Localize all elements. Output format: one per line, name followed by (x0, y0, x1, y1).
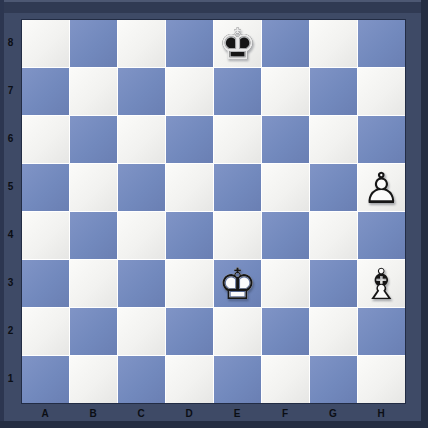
square-h7[interactable] (358, 68, 405, 115)
square-b1[interactable] (70, 356, 117, 403)
square-d8[interactable] (166, 20, 213, 67)
square-c8[interactable] (118, 20, 165, 67)
square-f1[interactable] (262, 356, 309, 403)
square-f5[interactable] (262, 164, 309, 211)
file-label-g: G (309, 404, 357, 426)
square-a3[interactable] (22, 260, 69, 307)
square-d6[interactable] (166, 116, 213, 163)
rank-label-2: 2 (0, 307, 21, 355)
square-h6[interactable] (358, 116, 405, 163)
black-king-outline: ♔ (214, 20, 261, 67)
square-a6[interactable] (22, 116, 69, 163)
square-e6[interactable] (214, 116, 261, 163)
square-g4[interactable] (310, 212, 357, 259)
square-b3[interactable] (70, 260, 117, 307)
piece-white-pawn[interactable]: ♟♙ (358, 164, 405, 211)
square-h1[interactable] (358, 356, 405, 403)
rank-label-7: 7 (0, 67, 21, 115)
square-a5[interactable] (22, 164, 69, 211)
square-e3[interactable]: ♚♔ (214, 260, 261, 307)
square-a8[interactable] (22, 20, 69, 67)
piece-black-king[interactable]: ♚♔ (214, 20, 261, 67)
rank-label-8: 8 (0, 19, 21, 67)
file-label-h: H (357, 404, 405, 426)
file-label-c: C (117, 404, 165, 426)
square-f4[interactable] (262, 212, 309, 259)
square-e1[interactable] (214, 356, 261, 403)
square-g2[interactable] (310, 308, 357, 355)
square-h2[interactable] (358, 308, 405, 355)
square-e7[interactable] (214, 68, 261, 115)
square-c2[interactable] (118, 308, 165, 355)
square-c1[interactable] (118, 356, 165, 403)
file-label-e: E (213, 404, 261, 426)
square-a4[interactable] (22, 212, 69, 259)
square-a1[interactable] (22, 356, 69, 403)
square-f8[interactable] (262, 20, 309, 67)
square-b8[interactable] (70, 20, 117, 67)
square-c7[interactable] (118, 68, 165, 115)
square-h4[interactable] (358, 212, 405, 259)
square-c5[interactable] (118, 164, 165, 211)
rank-label-1: 1 (0, 355, 21, 403)
square-h5[interactable]: ♟♙ (358, 164, 405, 211)
piece-white-king[interactable]: ♚♔ (214, 260, 261, 307)
square-d7[interactable] (166, 68, 213, 115)
square-a7[interactable] (22, 68, 69, 115)
white-bishop-outline: ♗ (358, 260, 405, 307)
square-d1[interactable] (166, 356, 213, 403)
frame-edge-right (421, 0, 428, 428)
square-b2[interactable] (70, 308, 117, 355)
square-g8[interactable] (310, 20, 357, 67)
square-c6[interactable] (118, 116, 165, 163)
square-e4[interactable] (214, 212, 261, 259)
square-f6[interactable] (262, 116, 309, 163)
square-e5[interactable] (214, 164, 261, 211)
square-d2[interactable] (166, 308, 213, 355)
square-g1[interactable] (310, 356, 357, 403)
white-king-outline: ♔ (214, 260, 261, 307)
frame-edge-top-highlight (0, 0, 428, 2)
square-c3[interactable] (118, 260, 165, 307)
square-e8[interactable]: ♚♔ (214, 20, 261, 67)
chess-diagram: ♚♔♟♙♚♔♝♗ 87654321 ABCDEFGH (0, 0, 428, 428)
square-e2[interactable] (214, 308, 261, 355)
file-label-a: A (21, 404, 69, 426)
square-d5[interactable] (166, 164, 213, 211)
rank-label-4: 4 (0, 211, 21, 259)
square-g7[interactable] (310, 68, 357, 115)
square-c4[interactable] (118, 212, 165, 259)
file-label-d: D (165, 404, 213, 426)
rank-label-3: 3 (0, 259, 21, 307)
chess-board: ♚♔♟♙♚♔♝♗ (21, 19, 406, 404)
square-g3[interactable] (310, 260, 357, 307)
square-f3[interactable] (262, 260, 309, 307)
square-a2[interactable] (22, 308, 69, 355)
square-d4[interactable] (166, 212, 213, 259)
rank-label-6: 6 (0, 115, 21, 163)
square-d3[interactable] (166, 260, 213, 307)
square-h8[interactable] (358, 20, 405, 67)
square-f7[interactable] (262, 68, 309, 115)
square-b5[interactable] (70, 164, 117, 211)
square-b4[interactable] (70, 212, 117, 259)
file-label-b: B (69, 404, 117, 426)
white-pawn-outline: ♙ (358, 164, 405, 211)
file-label-f: F (261, 404, 309, 426)
rank-label-5: 5 (0, 163, 21, 211)
square-b6[interactable] (70, 116, 117, 163)
square-g6[interactable] (310, 116, 357, 163)
square-f2[interactable] (262, 308, 309, 355)
square-h3[interactable]: ♝♗ (358, 260, 405, 307)
square-g5[interactable] (310, 164, 357, 211)
square-b7[interactable] (70, 68, 117, 115)
piece-white-bishop[interactable]: ♝♗ (358, 260, 405, 307)
